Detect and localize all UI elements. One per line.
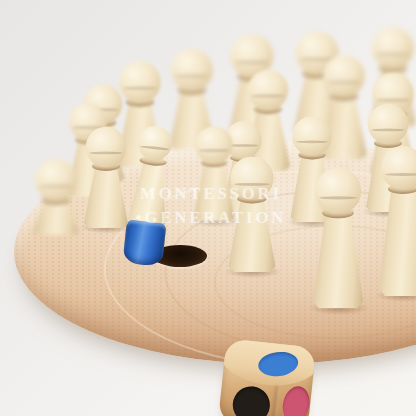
color-die: [218, 339, 316, 416]
peg-body: [82, 169, 130, 228]
pegs-layer: [0, 0, 416, 416]
peg-head: [86, 127, 126, 167]
peg-head: [315, 168, 361, 214]
wooden-peg: [375, 146, 416, 306]
die-face-edge: [269, 386, 280, 416]
peg-head: [136, 124, 174, 162]
peg-body: [31, 203, 80, 235]
product-photo-memory-chess: MONTESSORI •GENERATION: [0, 0, 416, 416]
die-pink-dot: [279, 384, 313, 416]
peg-body: [227, 202, 278, 273]
peg-head: [323, 55, 365, 97]
peg-head: [381, 146, 416, 190]
peg-body: [128, 162, 172, 226]
die-black-dot: [231, 385, 272, 416]
peg-body: [311, 216, 366, 308]
wooden-peg: [80, 127, 132, 274]
peg-head: [35, 159, 77, 201]
peg-head: [292, 116, 332, 156]
peg-head: [171, 49, 213, 91]
wooden-peg: [29, 159, 82, 311]
peg-head: [230, 156, 273, 199]
peg-head: [372, 27, 414, 69]
peg-body: [377, 192, 416, 296]
peg-head: [368, 104, 408, 144]
peg-head: [248, 70, 288, 110]
wooden-peg: [225, 156, 280, 313]
wooden-peg: [309, 168, 368, 336]
